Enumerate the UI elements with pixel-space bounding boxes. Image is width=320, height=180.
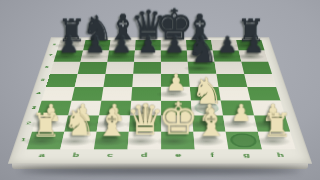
- app-background: ♜♞♝♛♚♝♜♟♟♟♟♟♟♟♟♞♟♞♟♟♟♟♟♟♟♜♞♝♛♚♝♜ abcdefg…: [0, 0, 320, 180]
- file-label-e: e: [175, 152, 181, 158]
- piece-white-pawn-g2[interactable]: ♟: [230, 101, 251, 125]
- piece-black-knight-f6[interactable]: ♞: [186, 33, 218, 68]
- square-g1[interactable]: [226, 132, 262, 150]
- square-c1[interactable]: ♝: [94, 132, 129, 150]
- square-b6[interactable]: [78, 62, 108, 74]
- square-a5[interactable]: [46, 74, 78, 87]
- square-b7[interactable]: ♟: [81, 51, 110, 62]
- file-label-d: d: [141, 152, 148, 158]
- piece-white-rook-a1[interactable]: ♜: [31, 109, 60, 142]
- rank-label-7: 7: [46, 54, 55, 57]
- file-label-b: b: [72, 152, 80, 158]
- square-h1[interactable]: ♜: [258, 132, 296, 150]
- square-d7[interactable]: ♟: [134, 51, 161, 62]
- piece-white-knight-b1[interactable]: ♞: [62, 105, 95, 142]
- square-g2[interactable]: ♟: [223, 116, 258, 132]
- square-d1[interactable]: ♛: [128, 132, 162, 150]
- file-label-h: h: [276, 152, 284, 158]
- piece-black-pawn-b7[interactable]: ♟: [85, 34, 105, 57]
- square-c6[interactable]: [105, 62, 134, 74]
- square-a6[interactable]: [50, 62, 81, 74]
- square-f1[interactable]: ♝: [193, 132, 228, 150]
- square-b1[interactable]: ♞: [60, 132, 96, 150]
- board-grid[interactable]: ♜♞♝♛♚♝♜♟♟♟♟♟♟♟♟♞♟♞♟♟♟♟♟♟♟♜♞♝♛♚♝♜: [27, 40, 296, 149]
- square-d5[interactable]: [132, 74, 161, 87]
- board-shadow: [20, 167, 300, 174]
- piece-white-bishop-c1[interactable]: ♝: [95, 104, 129, 142]
- file-label-f: f: [210, 152, 214, 158]
- square-e7[interactable]: ♟: [161, 51, 188, 62]
- square-h5[interactable]: [244, 74, 276, 87]
- piece-black-pawn-d7[interactable]: ♟: [138, 34, 158, 57]
- square-d6[interactable]: [133, 62, 161, 74]
- piece-white-rook-h1[interactable]: ♜: [262, 109, 291, 142]
- piece-black-pawn-c7[interactable]: ♟: [111, 34, 131, 57]
- square-b5[interactable]: [75, 74, 106, 87]
- rank-label-8: 8: [50, 43, 59, 46]
- square-c7[interactable]: ♟: [107, 51, 135, 62]
- last-move-highlight-g1: [229, 134, 258, 148]
- piece-black-pawn-a7[interactable]: ♟: [58, 34, 78, 57]
- piece-black-pawn-e7[interactable]: ♟: [164, 34, 184, 57]
- piece-black-pawn-g7[interactable]: ♟: [217, 34, 237, 57]
- file-label-a: a: [38, 152, 46, 158]
- square-h6[interactable]: [241, 62, 272, 74]
- square-e1[interactable]: ♚: [161, 132, 195, 150]
- chess-board-3d: ♜♞♝♛♚♝♜♟♟♟♟♟♟♟♟♞♟♞♟♟♟♟♟♟♟♜♞♝♛♚♝♜ abcdefg…: [8, 37, 312, 163]
- piece-black-pawn-h7[interactable]: ♟: [243, 34, 263, 57]
- rank-label-1: 1: [17, 137, 29, 142]
- file-label-c: c: [107, 152, 114, 158]
- square-a7[interactable]: ♟: [54, 51, 83, 62]
- rank-label-4: 4: [33, 91, 43, 95]
- piece-white-bishop-f1[interactable]: ♝: [194, 104, 228, 142]
- rank-label-5: 5: [38, 78, 48, 82]
- file-label-g: g: [243, 152, 251, 158]
- square-c5[interactable]: [103, 74, 133, 87]
- board-frame: ♜♞♝♛♚♝♜♟♟♟♟♟♟♟♟♞♟♞♟♟♟♟♟♟♟♜♞♝♛♚♝♜ abcdefg…: [8, 37, 312, 163]
- piece-white-king-e1[interactable]: ♚: [157, 97, 197, 142]
- square-a1[interactable]: ♜: [27, 132, 65, 150]
- square-h7[interactable]: ♟: [239, 51, 268, 62]
- rank-label-6: 6: [42, 65, 51, 68]
